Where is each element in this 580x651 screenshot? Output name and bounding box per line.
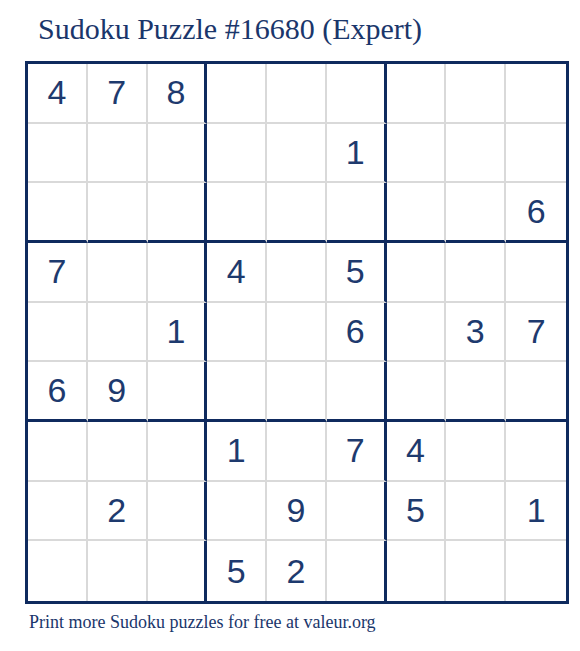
cell-r6c3[interactable] bbox=[148, 362, 208, 422]
cell-r9c4[interactable]: 5 bbox=[207, 541, 267, 601]
cell-r2c8[interactable] bbox=[446, 124, 506, 184]
cell-r6c4[interactable] bbox=[207, 362, 267, 422]
cell-r8c6[interactable] bbox=[327, 482, 387, 542]
sudoku-board: 47816745163769174295152 bbox=[25, 61, 569, 604]
cell-r2c7[interactable] bbox=[387, 124, 447, 184]
cell-r7c1[interactable] bbox=[28, 422, 88, 482]
cell-r5c2[interactable] bbox=[88, 303, 148, 363]
cell-r9c2[interactable] bbox=[88, 541, 148, 601]
cell-r8c2[interactable]: 2 bbox=[88, 482, 148, 542]
footer-text: Print more Sudoku puzzles for free at va… bbox=[29, 612, 376, 633]
cell-r9c8[interactable] bbox=[446, 541, 506, 601]
cell-r9c7[interactable] bbox=[387, 541, 447, 601]
cell-r1c3[interactable]: 8 bbox=[148, 64, 208, 124]
cell-r4c9[interactable] bbox=[506, 243, 566, 303]
cell-r3c7[interactable] bbox=[387, 183, 447, 243]
cell-r8c8[interactable] bbox=[446, 482, 506, 542]
cell-r2c9[interactable] bbox=[506, 124, 566, 184]
cell-r5c9[interactable]: 7 bbox=[506, 303, 566, 363]
cell-r1c8[interactable] bbox=[446, 64, 506, 124]
cell-r8c4[interactable] bbox=[207, 482, 267, 542]
cell-r6c2[interactable]: 9 bbox=[88, 362, 148, 422]
cell-r1c2[interactable]: 7 bbox=[88, 64, 148, 124]
cell-r7c2[interactable] bbox=[88, 422, 148, 482]
cell-r7c6[interactable]: 7 bbox=[327, 422, 387, 482]
cell-r9c5[interactable]: 2 bbox=[267, 541, 327, 601]
page-title: Sudoku Puzzle #16680 (Expert) bbox=[38, 12, 422, 45]
cell-r6c9[interactable] bbox=[506, 362, 566, 422]
cell-r9c6[interactable] bbox=[327, 541, 387, 601]
cell-r5c1[interactable] bbox=[28, 303, 88, 363]
cell-r5c5[interactable] bbox=[267, 303, 327, 363]
cell-r3c3[interactable] bbox=[148, 183, 208, 243]
cell-r7c9[interactable] bbox=[506, 422, 566, 482]
cell-r7c5[interactable] bbox=[267, 422, 327, 482]
cell-r5c4[interactable] bbox=[207, 303, 267, 363]
cell-r6c1[interactable]: 6 bbox=[28, 362, 88, 422]
cell-r3c5[interactable] bbox=[267, 183, 327, 243]
cell-r6c6[interactable] bbox=[327, 362, 387, 422]
cell-r4c1[interactable]: 7 bbox=[28, 243, 88, 303]
cell-r7c7[interactable]: 4 bbox=[387, 422, 447, 482]
cell-r4c4[interactable]: 4 bbox=[207, 243, 267, 303]
cell-r2c2[interactable] bbox=[88, 124, 148, 184]
cell-r5c8[interactable]: 3 bbox=[446, 303, 506, 363]
cell-r2c4[interactable] bbox=[207, 124, 267, 184]
cell-r4c6[interactable]: 5 bbox=[327, 243, 387, 303]
cell-r8c3[interactable] bbox=[148, 482, 208, 542]
cell-r2c3[interactable] bbox=[148, 124, 208, 184]
cell-r4c7[interactable] bbox=[387, 243, 447, 303]
cell-r7c3[interactable] bbox=[148, 422, 208, 482]
cell-r3c9[interactable]: 6 bbox=[506, 183, 566, 243]
cell-r1c6[interactable] bbox=[327, 64, 387, 124]
cell-r1c9[interactable] bbox=[506, 64, 566, 124]
cell-r9c3[interactable] bbox=[148, 541, 208, 601]
cell-r6c8[interactable] bbox=[446, 362, 506, 422]
cell-r9c1[interactable] bbox=[28, 541, 88, 601]
cell-r3c6[interactable] bbox=[327, 183, 387, 243]
cell-r7c4[interactable]: 1 bbox=[207, 422, 267, 482]
cell-r4c5[interactable] bbox=[267, 243, 327, 303]
cell-r4c8[interactable] bbox=[446, 243, 506, 303]
cell-r1c4[interactable] bbox=[207, 64, 267, 124]
cell-r2c5[interactable] bbox=[267, 124, 327, 184]
cell-r4c3[interactable] bbox=[148, 243, 208, 303]
cell-r5c7[interactable] bbox=[387, 303, 447, 363]
cell-r3c4[interactable] bbox=[207, 183, 267, 243]
cell-r8c7[interactable]: 5 bbox=[387, 482, 447, 542]
cell-r6c5[interactable] bbox=[267, 362, 327, 422]
cell-r1c5[interactable] bbox=[267, 64, 327, 124]
cell-r3c1[interactable] bbox=[28, 183, 88, 243]
cell-r8c1[interactable] bbox=[28, 482, 88, 542]
cell-r5c3[interactable]: 1 bbox=[148, 303, 208, 363]
cell-r8c9[interactable]: 1 bbox=[506, 482, 566, 542]
cell-r8c5[interactable]: 9 bbox=[267, 482, 327, 542]
cell-r1c1[interactable]: 4 bbox=[28, 64, 88, 124]
cell-r3c8[interactable] bbox=[446, 183, 506, 243]
cell-r7c8[interactable] bbox=[446, 422, 506, 482]
cell-r1c7[interactable] bbox=[387, 64, 447, 124]
cell-r6c7[interactable] bbox=[387, 362, 447, 422]
cell-r2c6[interactable]: 1 bbox=[327, 124, 387, 184]
cell-r4c2[interactable] bbox=[88, 243, 148, 303]
cell-r5c6[interactable]: 6 bbox=[327, 303, 387, 363]
cell-r2c1[interactable] bbox=[28, 124, 88, 184]
cell-r3c2[interactable] bbox=[88, 183, 148, 243]
cell-r9c9[interactable] bbox=[506, 541, 566, 601]
